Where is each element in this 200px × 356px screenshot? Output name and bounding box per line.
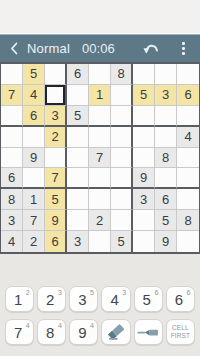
cell-r4c4[interactable] bbox=[67, 127, 89, 148]
cell-r9c7[interactable] bbox=[133, 231, 155, 252]
eraser-button[interactable] bbox=[101, 319, 130, 345]
cell-r7c7[interactable]: 3 bbox=[133, 189, 155, 210]
key-digit: 6 bbox=[175, 291, 183, 308]
cell-r6c8[interactable] bbox=[155, 168, 177, 189]
cell-r8c2[interactable]: 7 bbox=[23, 210, 45, 231]
cell-r3c1[interactable] bbox=[1, 106, 23, 127]
cell-r1c3[interactable] bbox=[45, 64, 67, 85]
digit-key-7[interactable]: 74 bbox=[5, 319, 34, 345]
cell-r1c9[interactable] bbox=[177, 64, 199, 85]
cell-r4c6[interactable] bbox=[111, 127, 133, 148]
cell-r6c9[interactable] bbox=[177, 168, 199, 189]
cell-r7c2[interactable]: 1 bbox=[23, 189, 45, 210]
cell-r3c2[interactable]: 6 bbox=[23, 106, 45, 127]
cell-r6c3[interactable]: 7 bbox=[45, 168, 67, 189]
cell-r9c6[interactable]: 5 bbox=[111, 231, 133, 252]
cell-r5c2[interactable]: 9 bbox=[23, 148, 45, 169]
overflow-menu-button[interactable] bbox=[179, 40, 188, 56]
key-digit: 4 bbox=[110, 291, 118, 308]
cell-r7c1[interactable]: 8 bbox=[1, 189, 23, 210]
key-digit: 5 bbox=[143, 291, 151, 308]
cell-r6c4[interactable] bbox=[67, 168, 89, 189]
cell-r6c1[interactable]: 6 bbox=[1, 168, 23, 189]
cell-r8c6[interactable] bbox=[111, 210, 133, 231]
key-placed-count: 5 bbox=[90, 289, 94, 296]
key-digit: 7 bbox=[14, 324, 22, 341]
key-digit: 9 bbox=[78, 324, 86, 341]
key-digit: 8 bbox=[46, 324, 54, 341]
vertical-dots-icon bbox=[182, 42, 185, 45]
digit-key-9[interactable]: 94 bbox=[69, 319, 98, 345]
cell-r1c8[interactable] bbox=[155, 64, 177, 85]
cell-r8c1[interactable]: 3 bbox=[1, 210, 23, 231]
key-digit: 1 bbox=[14, 291, 22, 308]
cell-r8c3[interactable]: 9 bbox=[45, 210, 67, 231]
back-button[interactable] bbox=[10, 42, 18, 55]
cell-r4c2[interactable] bbox=[23, 127, 45, 148]
cell-r4c1[interactable] bbox=[1, 127, 23, 148]
cell-r5c8[interactable]: 8 bbox=[155, 148, 177, 169]
cell-r9c1[interactable]: 4 bbox=[1, 231, 23, 252]
key-digit: 3 bbox=[78, 291, 86, 308]
difficulty-label: Normal bbox=[27, 41, 70, 56]
cell-r2c5[interactable]: 1 bbox=[89, 85, 111, 106]
cell-r1c7[interactable] bbox=[133, 64, 155, 85]
digit-key-5[interactable]: 56 bbox=[134, 286, 163, 312]
pencil-notes-button[interactable] bbox=[134, 319, 163, 345]
cell-r7c9[interactable] bbox=[177, 189, 199, 210]
cell-r7c6[interactable] bbox=[111, 189, 133, 210]
digit-key-1[interactable]: 12 bbox=[5, 286, 34, 312]
cell-r5c1[interactable] bbox=[1, 148, 23, 169]
cell-r5c6[interactable] bbox=[111, 148, 133, 169]
cell-r8c5[interactable]: 2 bbox=[89, 210, 111, 231]
cell-r6c7[interactable]: 9 bbox=[133, 168, 155, 189]
cell-r5c5[interactable]: 7 bbox=[89, 148, 111, 169]
cell-r4c3[interactable]: 2 bbox=[45, 127, 67, 148]
cell-r9c5[interactable] bbox=[89, 231, 111, 252]
digit-key-3[interactable]: 35 bbox=[69, 286, 98, 312]
cell-r8c9[interactable]: 8 bbox=[177, 210, 199, 231]
cell-r5c4[interactable] bbox=[67, 148, 89, 169]
cell-r9c3[interactable]: 6 bbox=[45, 231, 67, 252]
cell-r2c1[interactable]: 7 bbox=[1, 85, 23, 106]
cell-r2c4[interactable] bbox=[67, 85, 89, 106]
cell-r1c2[interactable]: 5 bbox=[23, 64, 45, 85]
digit-key-4[interactable]: 43 bbox=[101, 286, 130, 312]
cell-first-toggle-button[interactable]: CELL FIRST bbox=[166, 319, 195, 345]
cell-r7c3[interactable]: 5 bbox=[45, 189, 67, 210]
cell-r2c3[interactable] bbox=[45, 85, 67, 106]
cell-r3c3[interactable]: 3 bbox=[45, 106, 67, 127]
key-placed-count: 3 bbox=[58, 289, 62, 296]
cell-r5c7[interactable] bbox=[133, 148, 155, 169]
status-bar bbox=[0, 0, 200, 34]
cell-r2c9[interactable]: 6 bbox=[177, 85, 199, 106]
key-placed-count: 6 bbox=[187, 289, 191, 296]
cell-r2c6[interactable] bbox=[111, 85, 133, 106]
cell-r6c2[interactable] bbox=[23, 168, 45, 189]
cell-r2c7[interactable]: 5 bbox=[133, 85, 155, 106]
key-placed-count: 2 bbox=[26, 289, 30, 296]
cell-r1c4[interactable]: 6 bbox=[67, 64, 89, 85]
cell-r4c8[interactable] bbox=[155, 127, 177, 148]
cell-r3c6[interactable] bbox=[111, 106, 133, 127]
cell-r3c9[interactable] bbox=[177, 106, 199, 127]
undo-icon bbox=[143, 42, 159, 55]
cell-r1c1[interactable] bbox=[1, 64, 23, 85]
sudoku-board: 5687415366352497867981536379258426359 bbox=[0, 62, 200, 254]
cell-r6c6[interactable] bbox=[111, 168, 133, 189]
app-header: Normal 00:06 bbox=[0, 34, 200, 62]
cell-r9c9[interactable] bbox=[177, 231, 199, 252]
key-placed-count: 4 bbox=[90, 322, 94, 329]
cell-r5c3[interactable] bbox=[45, 148, 67, 169]
key-placed-count: 3 bbox=[122, 289, 126, 296]
keypad: 122335435666748494 CELL bbox=[0, 254, 200, 356]
keypad-keys: 122335435666748494 CELL bbox=[5, 286, 195, 345]
cell-r8c8[interactable]: 5 bbox=[155, 210, 177, 231]
digit-key-8[interactable]: 84 bbox=[37, 319, 66, 345]
undo-button[interactable] bbox=[143, 42, 159, 55]
cell-r1c5[interactable] bbox=[89, 64, 111, 85]
digit-key-6[interactable]: 66 bbox=[166, 286, 195, 312]
key-placed-count: 4 bbox=[26, 322, 30, 329]
cell-r9c8[interactable]: 9 bbox=[155, 231, 177, 252]
chevron-left-icon bbox=[10, 42, 18, 55]
timer-label: 00:06 bbox=[82, 41, 115, 56]
cell-r3c7[interactable] bbox=[133, 106, 155, 127]
key-placed-count: 6 bbox=[154, 289, 158, 296]
cell-r3c4[interactable]: 5 bbox=[67, 106, 89, 127]
cell-r6c5[interactable] bbox=[89, 168, 111, 189]
cell-r4c5[interactable] bbox=[89, 127, 111, 148]
cell-r8c7[interactable] bbox=[133, 210, 155, 231]
key-placed-count: 4 bbox=[58, 322, 62, 329]
cell-r9c4[interactable]: 3 bbox=[67, 231, 89, 252]
cell-r7c4[interactable] bbox=[67, 189, 89, 210]
cell-r2c2[interactable]: 4 bbox=[23, 85, 45, 106]
cell-r9c2[interactable]: 2 bbox=[23, 231, 45, 252]
cell-r8c4[interactable] bbox=[67, 210, 89, 231]
app-root: Normal 00:06 568741536635249786798153637… bbox=[0, 0, 200, 356]
cell-r7c5[interactable] bbox=[89, 189, 111, 210]
pencil-icon bbox=[137, 325, 159, 340]
cell-r3c8[interactable] bbox=[155, 106, 177, 127]
cell-r7c8[interactable]: 6 bbox=[155, 189, 177, 210]
cell-r2c8[interactable]: 3 bbox=[155, 85, 177, 106]
key-digit: 2 bbox=[46, 291, 54, 308]
eraser-icon bbox=[106, 323, 126, 342]
cell-first-label: CELL FIRST bbox=[171, 324, 190, 339]
cell-r3c5[interactable] bbox=[89, 106, 111, 127]
cell-r4c9[interactable]: 4 bbox=[177, 127, 199, 148]
cell-r4c7[interactable] bbox=[133, 127, 155, 148]
digit-key-2[interactable]: 23 bbox=[37, 286, 66, 312]
cell-r5c9[interactable] bbox=[177, 148, 199, 169]
cell-r1c6[interactable]: 8 bbox=[111, 64, 133, 85]
